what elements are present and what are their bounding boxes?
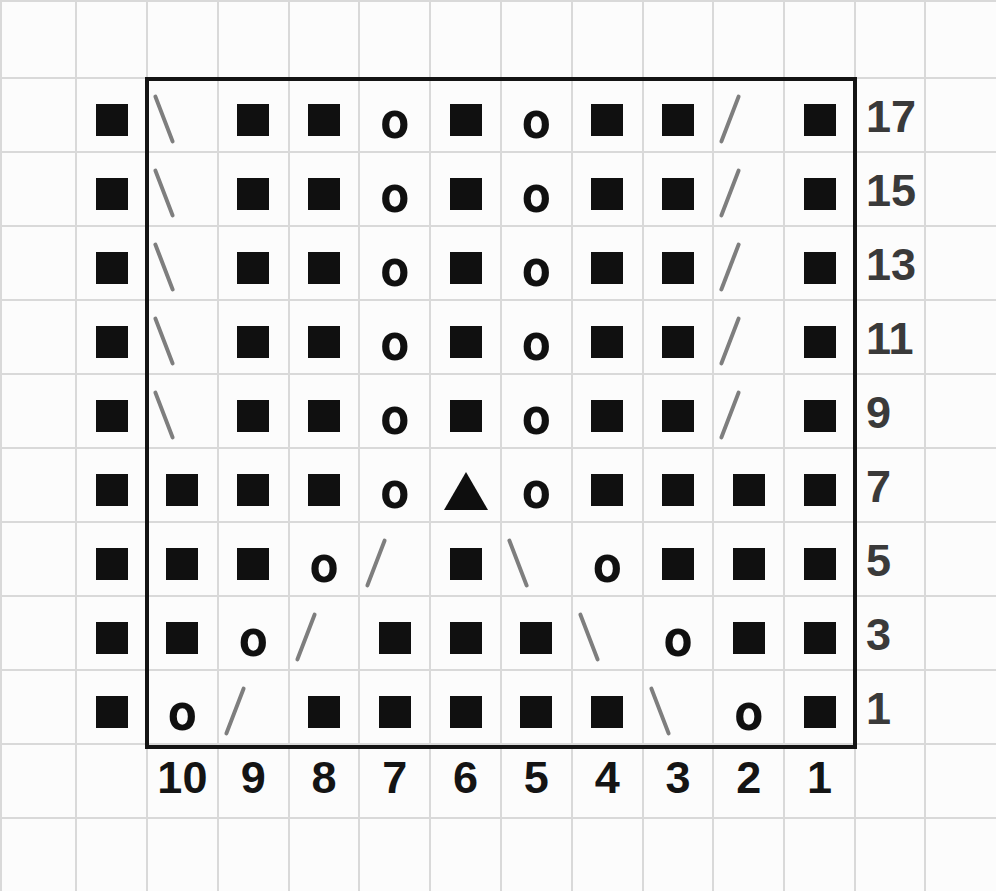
chart-cell-r13-c3: [644, 227, 715, 301]
knit-square-symbol: [662, 548, 694, 580]
k2tog-slash-symbol: [719, 242, 741, 292]
grid-cell: [573, 819, 644, 891]
col-number-text: 2: [736, 752, 761, 804]
row-number-text: 7: [866, 461, 891, 513]
grid-cell: [431, 2, 502, 79]
grid-cell: [219, 2, 290, 79]
knit-square-symbol: [308, 326, 340, 358]
row-number-text: 13: [866, 239, 916, 291]
chart-cell-r9-c8: [290, 375, 361, 449]
chart-cell-r15-c9: [219, 153, 290, 227]
row-number-label-1: 1: [856, 671, 926, 745]
row-number-label-11: 11: [856, 301, 926, 375]
grid-cell: [2, 745, 77, 819]
grid-cell: [785, 819, 856, 891]
chart-cell-r5-c3: [644, 523, 715, 597]
chart-cell-r5-c7: [360, 523, 431, 597]
knit-square-symbol: [237, 326, 269, 358]
knit-square-symbol: [591, 400, 623, 432]
chart-cell-r13-c2: [714, 227, 785, 301]
grid-cell: [714, 819, 785, 891]
chart-cell-r9-c2: [714, 375, 785, 449]
grid-cell: [856, 819, 926, 891]
chart-cell-r1-c4: [573, 671, 644, 745]
chart-cell-r9-c3: [644, 375, 715, 449]
row-number-label-9: 9: [856, 375, 926, 449]
row-number-text: 5: [866, 535, 891, 587]
chart-cell-r13-c10: [148, 227, 219, 301]
chart-cell-r5-c2: [714, 523, 785, 597]
chart-cell-r13-c6: [431, 227, 502, 301]
col-number-label-3: 3: [644, 745, 715, 819]
col-number-label-4: 4: [573, 745, 644, 819]
knit-square-symbol: [804, 548, 836, 580]
grid-cell: [644, 819, 715, 891]
grid-cell: [77, 819, 148, 891]
col-number-label-6: 6: [431, 745, 502, 819]
grid-cell: [926, 79, 996, 153]
grid-cell: [926, 2, 996, 79]
chart-cell-r11-c4: [573, 301, 644, 375]
chart-cell-r3-c7: [360, 597, 431, 671]
knit-square-symbol: [450, 326, 482, 358]
knit-square-symbol: [166, 548, 198, 580]
ssk-backslash-symbol: [153, 168, 175, 218]
grid-cell: [77, 745, 148, 819]
knit-square-symbol: [379, 696, 411, 728]
grid-cell: [926, 227, 996, 301]
grid-cell: [219, 819, 290, 891]
chart-cell-r7-c8: [290, 449, 361, 523]
knit-square-symbol: [591, 474, 623, 506]
knit-square-symbol: [804, 252, 836, 284]
col-number-label-1: 1: [785, 745, 856, 819]
grid-cell: [856, 745, 926, 819]
grid-cell: [714, 2, 785, 79]
knit-square-symbol: [237, 104, 269, 136]
k2tog-slash-symbol: [719, 316, 741, 366]
knit-square-symbol: [237, 252, 269, 284]
row-number-label-15: 15: [856, 153, 926, 227]
row-number-label-7: 7: [856, 449, 926, 523]
chart-cell-r15-c5: o: [502, 153, 573, 227]
ssk-backslash-symbol: [648, 686, 670, 736]
chart-cell-r5-c4: o: [573, 523, 644, 597]
yarn-over-symbol: o: [521, 244, 551, 294]
grid-cell: [2, 79, 77, 153]
chart-cell-r1-c2: o: [714, 671, 785, 745]
knit-square-symbol: [166, 474, 198, 506]
knit-square-symbol: [520, 696, 552, 728]
grid-cell: [502, 819, 573, 891]
col-number-text: 4: [595, 752, 620, 804]
knit-square-symbol: [804, 622, 836, 654]
knit-square-symbol: [591, 326, 623, 358]
k2tog-slash-symbol: [719, 390, 741, 440]
knit-square-symbol: [308, 696, 340, 728]
chart-cell-r5-c9: [219, 523, 290, 597]
k2tog-slash-symbol: [365, 538, 387, 588]
grid-cell: [785, 2, 856, 79]
knit-square-symbol: [591, 178, 623, 210]
yarn-over-symbol: o: [663, 614, 693, 664]
col-number-label-8: 8: [290, 745, 361, 819]
chart-cell-r13-c9: [219, 227, 290, 301]
chart-cell-r1-c3: [644, 671, 715, 745]
k2tog-slash-symbol: [224, 686, 246, 736]
chart-cell-r9-c10: [148, 375, 219, 449]
chart-cell-r17-c8: [290, 79, 361, 153]
knit-square-symbol: [96, 178, 128, 210]
knit-square-symbol: [662, 178, 694, 210]
grid-cell: [2, 2, 77, 79]
row-number-text: 9: [866, 387, 891, 439]
yarn-over-symbol: o: [309, 540, 339, 590]
knit-square-symbol: [733, 622, 765, 654]
chart-cell-r5-c5: [502, 523, 573, 597]
edge-stitch-r7: [77, 449, 148, 523]
knit-square-symbol: [662, 400, 694, 432]
knit-square-symbol: [591, 696, 623, 728]
chart-cell-r5-c10: [148, 523, 219, 597]
chart-cell-r7-c3: [644, 449, 715, 523]
yarn-over-symbol: o: [521, 466, 551, 516]
chart-cell-r17-c4: [573, 79, 644, 153]
row-number-label-17: 17: [856, 79, 926, 153]
yarn-over-symbol: o: [521, 96, 551, 146]
chart-cell-r1-c10: o: [148, 671, 219, 745]
chart-cell-r3-c1: [785, 597, 856, 671]
yarn-over-symbol: o: [167, 688, 197, 738]
yarn-over-symbol: o: [521, 392, 551, 442]
chart-cell-r11-c5: o: [502, 301, 573, 375]
col-number-text: 1: [807, 752, 832, 804]
k2tog-slash-symbol: [719, 168, 741, 218]
chart-cell-r11-c6: [431, 301, 502, 375]
knit-square-symbol: [450, 696, 482, 728]
chart-cell-r5-c6: [431, 523, 502, 597]
knit-square-symbol: [450, 178, 482, 210]
edge-stitch-r11: [77, 301, 148, 375]
row-number-text: 17: [866, 91, 916, 143]
yarn-over-symbol: o: [734, 688, 764, 738]
chart-cell-r1-c1: [785, 671, 856, 745]
chart-cell-r3-c4: [573, 597, 644, 671]
grid-cell: [2, 153, 77, 227]
knit-square-symbol: [662, 474, 694, 506]
chart-cell-r9-c7: o: [360, 375, 431, 449]
chart-cell-r15-c2: [714, 153, 785, 227]
ssk-backslash-symbol: [153, 94, 175, 144]
chart-cell-r17-c9: [219, 79, 290, 153]
chart-cell-r15-c8: [290, 153, 361, 227]
chart-cell-r7-c5: o: [502, 449, 573, 523]
spreadsheet-grid: oo17oo15oo13oo11oo9oo7oo5oo3oo1109876543…: [0, 0, 996, 891]
knit-square-symbol: [308, 252, 340, 284]
ssk-backslash-symbol: [578, 612, 600, 662]
knit-square-symbol: [591, 104, 623, 136]
col-number-text: 7: [382, 752, 407, 804]
chart-cell-r15-c10: [148, 153, 219, 227]
yarn-over-symbol: o: [521, 170, 551, 220]
knit-square-symbol: [96, 104, 128, 136]
knit-square-symbol: [308, 400, 340, 432]
knit-square-symbol: [804, 474, 836, 506]
knit-square-symbol: [804, 400, 836, 432]
grid-cell: [926, 597, 996, 671]
col-number-label-5: 5: [502, 745, 573, 819]
col-number-text: 10: [157, 752, 207, 804]
chart-cell-r11-c10: [148, 301, 219, 375]
edge-stitch-r15: [77, 153, 148, 227]
yarn-over-symbol: o: [380, 318, 410, 368]
chart-cell-r17-c6: [431, 79, 502, 153]
chart-cell-r3-c10: [148, 597, 219, 671]
grid-cell: [926, 301, 996, 375]
grid-cell: [926, 153, 996, 227]
grid-cell: [926, 819, 996, 891]
yarn-over-symbol: o: [380, 466, 410, 516]
knit-square-symbol: [662, 326, 694, 358]
grid-cell: [360, 819, 431, 891]
edge-stitch-r1: [77, 671, 148, 745]
row-number-label-5: 5: [856, 523, 926, 597]
knit-square-symbol: [733, 474, 765, 506]
grid-cell: [502, 2, 573, 79]
yarn-over-symbol: o: [380, 96, 410, 146]
chart-cell-r3-c2: [714, 597, 785, 671]
grid-cell: [644, 2, 715, 79]
chart-cell-r3-c9: o: [219, 597, 290, 671]
edge-stitch-r5: [77, 523, 148, 597]
knit-square-symbol: [450, 252, 482, 284]
grid-cell: [2, 523, 77, 597]
grid-cell: [2, 375, 77, 449]
chart-cell-r15-c7: o: [360, 153, 431, 227]
chart-cell-r3-c6: [431, 597, 502, 671]
knit-square-symbol: [520, 622, 552, 654]
double-decrease-triangle-symbol: [444, 472, 488, 510]
knit-square-symbol: [237, 400, 269, 432]
chart-cell-r17-c3: [644, 79, 715, 153]
grid-cell: [2, 671, 77, 745]
grid-cell: [2, 449, 77, 523]
knit-square-symbol: [379, 622, 411, 654]
chart-cell-r15-c6: [431, 153, 502, 227]
chart-cell-r7-c10: [148, 449, 219, 523]
knit-square-symbol: [96, 548, 128, 580]
knit-square-symbol: [308, 474, 340, 506]
grid-cell: [290, 2, 361, 79]
grid-cell: [77, 2, 148, 79]
chart-cell-r1-c7: [360, 671, 431, 745]
k2tog-slash-symbol: [294, 612, 316, 662]
chart-cell-r17-c10: [148, 79, 219, 153]
yarn-over-symbol: o: [592, 540, 622, 590]
knit-square-symbol: [96, 252, 128, 284]
chart-cell-r1-c8: [290, 671, 361, 745]
grid-cell: [431, 819, 502, 891]
chart-cell-r11-c1: [785, 301, 856, 375]
knit-square-symbol: [237, 178, 269, 210]
grid-cell: [2, 819, 77, 891]
grid-cell: [926, 375, 996, 449]
col-number-label-7: 7: [360, 745, 431, 819]
knit-square-symbol: [96, 622, 128, 654]
knit-square-symbol: [450, 622, 482, 654]
chart-cell-r11-c9: [219, 301, 290, 375]
col-number-label-9: 9: [219, 745, 290, 819]
chart-cell-r1-c6: [431, 671, 502, 745]
chart-cell-r15-c3: [644, 153, 715, 227]
edge-stitch-r3: [77, 597, 148, 671]
chart-cell-r15-c4: [573, 153, 644, 227]
chart-cell-r9-c6: [431, 375, 502, 449]
knit-square-symbol: [96, 326, 128, 358]
chart-cell-r5-c8: o: [290, 523, 361, 597]
chart-cell-r17-c1: [785, 79, 856, 153]
yarn-over-symbol: o: [238, 614, 268, 664]
chart-cell-r1-c9: [219, 671, 290, 745]
knit-square-symbol: [166, 622, 198, 654]
grid-cell: [926, 671, 996, 745]
ssk-backslash-symbol: [153, 390, 175, 440]
grid-cell: [2, 597, 77, 671]
chart-cell-r7-c2: [714, 449, 785, 523]
chart-cell-r13-c4: [573, 227, 644, 301]
chart-cell-r11-c7: o: [360, 301, 431, 375]
col-number-text: 9: [241, 752, 266, 804]
chart-cell-r1-c5: [502, 671, 573, 745]
chart-cell-r7-c4: [573, 449, 644, 523]
chart-cell-r17-c7: o: [360, 79, 431, 153]
col-number-text: 5: [524, 752, 549, 804]
grid-cell: [926, 745, 996, 819]
ssk-backslash-symbol: [153, 316, 175, 366]
chart-cell-r3-c8: [290, 597, 361, 671]
row-number-label-3: 3: [856, 597, 926, 671]
knit-square-symbol: [308, 104, 340, 136]
col-number-label-2: 2: [714, 745, 785, 819]
row-number-text: 15: [866, 165, 916, 217]
chart-cell-r11-c3: [644, 301, 715, 375]
grid-cell: [148, 2, 219, 79]
chart-cell-r13-c8: [290, 227, 361, 301]
chart-cell-r11-c2: [714, 301, 785, 375]
chart-cell-r13-c1: [785, 227, 856, 301]
ssk-backslash-symbol: [507, 538, 529, 588]
grid-cell: [573, 2, 644, 79]
chart-cell-r17-c2: [714, 79, 785, 153]
ssk-backslash-symbol: [153, 242, 175, 292]
chart-cell-r13-c5: o: [502, 227, 573, 301]
row-number-text: 11: [866, 313, 914, 365]
knit-square-symbol: [804, 696, 836, 728]
col-number-text: 3: [665, 752, 690, 804]
knit-square-symbol: [96, 696, 128, 728]
chart-cell-r7-c6: [431, 449, 502, 523]
knit-square-symbol: [96, 400, 128, 432]
yarn-over-symbol: o: [380, 244, 410, 294]
knit-square-symbol: [237, 474, 269, 506]
chart-cell-r5-c1: [785, 523, 856, 597]
knit-square-symbol: [96, 474, 128, 506]
grid-cell: [148, 819, 219, 891]
knit-square-symbol: [662, 252, 694, 284]
knit-square-symbol: [450, 548, 482, 580]
chart-cell-r13-c7: o: [360, 227, 431, 301]
edge-stitch-r17: [77, 79, 148, 153]
row-number-label-13: 13: [856, 227, 926, 301]
knit-square-symbol: [804, 326, 836, 358]
chart-cell-r9-c1: [785, 375, 856, 449]
col-number-label-10: 10: [148, 745, 219, 819]
row-number-text: 3: [866, 609, 891, 661]
grid-cell: [926, 449, 996, 523]
knit-square-symbol: [237, 548, 269, 580]
grid-cell: [2, 301, 77, 375]
col-number-text: 6: [453, 752, 478, 804]
edge-stitch-r13: [77, 227, 148, 301]
chart-cell-r7-c7: o: [360, 449, 431, 523]
knit-square-symbol: [308, 178, 340, 210]
chart-cell-r7-c9: [219, 449, 290, 523]
knit-square-symbol: [804, 104, 836, 136]
chart-cell-r9-c9: [219, 375, 290, 449]
grid-cell: [290, 819, 361, 891]
grid-cell: [2, 227, 77, 301]
knit-square-symbol: [804, 178, 836, 210]
col-number-text: 8: [311, 752, 336, 804]
k2tog-slash-symbol: [719, 94, 741, 144]
chart-cell-r7-c1: [785, 449, 856, 523]
chart-cell-r11-c8: [290, 301, 361, 375]
chart-cell-r17-c5: o: [502, 79, 573, 153]
grid-cell: [926, 523, 996, 597]
chart-cell-r9-c5: o: [502, 375, 573, 449]
chart-cell-r9-c4: [573, 375, 644, 449]
yarn-over-symbol: o: [521, 318, 551, 368]
grid-cell: [360, 2, 431, 79]
chart-cell-r3-c3: o: [644, 597, 715, 671]
knit-square-symbol: [450, 104, 482, 136]
knit-square-symbol: [591, 252, 623, 284]
knit-square-symbol: [662, 104, 694, 136]
chart-cell-r3-c5: [502, 597, 573, 671]
yarn-over-symbol: o: [380, 392, 410, 442]
yarn-over-symbol: o: [380, 170, 410, 220]
grid-cell: [856, 2, 926, 79]
edge-stitch-r9: [77, 375, 148, 449]
chart-cell-r15-c1: [785, 153, 856, 227]
knit-square-symbol: [450, 400, 482, 432]
knit-square-symbol: [733, 548, 765, 580]
row-number-text: 1: [866, 683, 891, 735]
